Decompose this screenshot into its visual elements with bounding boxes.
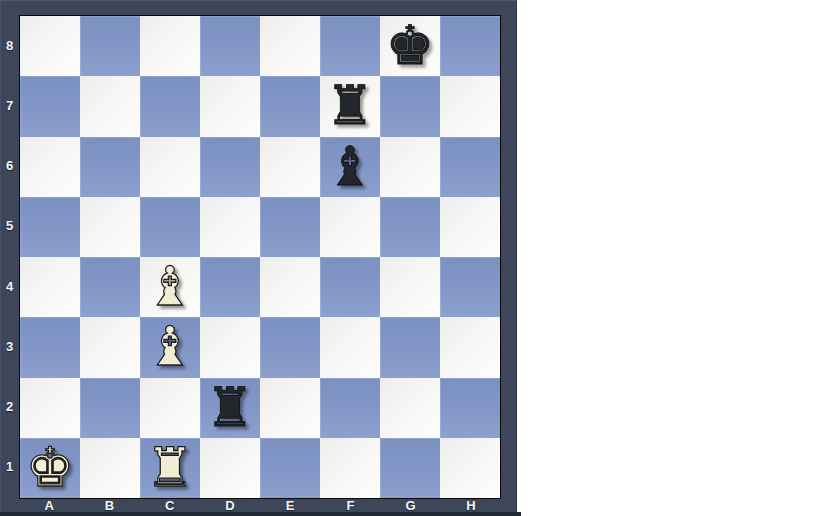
white-rook[interactable]: ♜ xyxy=(146,438,194,498)
square-g6[interactable] xyxy=(380,137,440,197)
square-d7[interactable] xyxy=(200,76,260,136)
square-b6[interactable] xyxy=(80,137,140,197)
square-a4[interactable] xyxy=(20,257,80,317)
square-h8[interactable] xyxy=(440,16,500,76)
square-d1[interactable] xyxy=(200,438,260,498)
file-label-f: F xyxy=(346,498,354,513)
rank-label-5: 5 xyxy=(6,218,13,233)
file-label-d: D xyxy=(225,498,234,513)
square-a8[interactable] xyxy=(20,16,80,76)
square-g1[interactable] xyxy=(380,438,440,498)
rank-label-2: 2 xyxy=(6,399,13,414)
square-h6[interactable] xyxy=(440,137,500,197)
square-g7[interactable] xyxy=(380,76,440,136)
square-b7[interactable] xyxy=(80,76,140,136)
chess-board: ♚♜♝♝♝♜♚♜ xyxy=(19,15,501,499)
square-a6[interactable] xyxy=(20,137,80,197)
square-d8[interactable] xyxy=(200,16,260,76)
square-g3[interactable] xyxy=(380,317,440,377)
square-e1[interactable] xyxy=(260,438,320,498)
square-b4[interactable] xyxy=(80,257,140,317)
square-b3[interactable] xyxy=(80,317,140,377)
square-f6[interactable]: ♝ xyxy=(320,137,380,197)
square-d5[interactable] xyxy=(200,197,260,257)
square-f5[interactable] xyxy=(320,197,380,257)
square-e8[interactable] xyxy=(260,16,320,76)
rank-label-8: 8 xyxy=(6,38,13,53)
square-a2[interactable] xyxy=(20,378,80,438)
square-e7[interactable] xyxy=(260,76,320,136)
square-e6[interactable] xyxy=(260,137,320,197)
file-label-e: E xyxy=(286,498,295,513)
rank-label-6: 6 xyxy=(6,158,13,173)
square-f7[interactable]: ♜ xyxy=(320,76,380,136)
square-f4[interactable] xyxy=(320,257,380,317)
square-h4[interactable] xyxy=(440,257,500,317)
square-e4[interactable] xyxy=(260,257,320,317)
file-label-g: G xyxy=(406,498,416,513)
square-h1[interactable] xyxy=(440,438,500,498)
square-d4[interactable] xyxy=(200,257,260,317)
square-f3[interactable] xyxy=(320,317,380,377)
square-f2[interactable] xyxy=(320,378,380,438)
square-f8[interactable] xyxy=(320,16,380,76)
square-g8[interactable]: ♚ xyxy=(380,16,440,76)
rank-labels: 87654321 xyxy=(0,15,19,497)
white-bishop[interactable]: ♝ xyxy=(146,317,194,377)
square-c8[interactable] xyxy=(140,16,200,76)
square-e2[interactable] xyxy=(260,378,320,438)
rank-label-7: 7 xyxy=(6,98,13,113)
square-b1[interactable] xyxy=(80,438,140,498)
square-h2[interactable] xyxy=(440,378,500,438)
square-e5[interactable] xyxy=(260,197,320,257)
square-b5[interactable] xyxy=(80,197,140,257)
white-bishop[interactable]: ♝ xyxy=(146,257,194,317)
square-h3[interactable] xyxy=(440,317,500,377)
square-g4[interactable] xyxy=(380,257,440,317)
square-h7[interactable] xyxy=(440,76,500,136)
square-g5[interactable] xyxy=(380,197,440,257)
square-c2[interactable] xyxy=(140,378,200,438)
square-a5[interactable] xyxy=(20,197,80,257)
file-label-b: B xyxy=(105,498,114,513)
square-c5[interactable] xyxy=(140,197,200,257)
square-a3[interactable] xyxy=(20,317,80,377)
square-c3[interactable]: ♝ xyxy=(140,317,200,377)
square-c4[interactable]: ♝ xyxy=(140,257,200,317)
square-c7[interactable] xyxy=(140,76,200,136)
black-bishop[interactable]: ♝ xyxy=(326,137,374,197)
black-king[interactable]: ♚ xyxy=(386,16,434,76)
square-b8[interactable] xyxy=(80,16,140,76)
file-label-a: A xyxy=(44,498,53,513)
black-rook[interactable]: ♜ xyxy=(326,76,374,136)
rank-label-1: 1 xyxy=(6,459,13,474)
square-d3[interactable] xyxy=(200,317,260,377)
square-a7[interactable] xyxy=(20,76,80,136)
square-c1[interactable]: ♜ xyxy=(140,438,200,498)
square-d2[interactable]: ♜ xyxy=(200,378,260,438)
black-rook[interactable]: ♜ xyxy=(206,378,254,438)
app-canvas: 87654321 ♚♜♝♝♝♜♚♜ ABCDEFGH xyxy=(0,0,819,516)
rank-label-4: 4 xyxy=(6,279,13,294)
square-h5[interactable] xyxy=(440,197,500,257)
square-b2[interactable] xyxy=(80,378,140,438)
square-g2[interactable] xyxy=(380,378,440,438)
file-label-c: C xyxy=(165,498,174,513)
white-king[interactable]: ♚ xyxy=(26,438,74,498)
rank-label-3: 3 xyxy=(6,339,13,354)
chess-board-frame: 87654321 ♚♜♝♝♝♜♚♜ ABCDEFGH xyxy=(0,0,517,516)
square-a1[interactable]: ♚ xyxy=(20,438,80,498)
square-e3[interactable] xyxy=(260,317,320,377)
file-label-h: H xyxy=(466,498,475,513)
square-f1[interactable] xyxy=(320,438,380,498)
board-bottom-shadow xyxy=(0,512,521,516)
square-c6[interactable] xyxy=(140,137,200,197)
square-d6[interactable] xyxy=(200,137,260,197)
